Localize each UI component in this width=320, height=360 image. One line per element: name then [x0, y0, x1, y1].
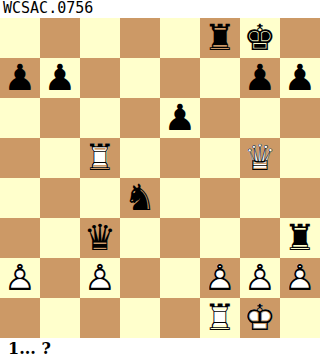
piece-black-knight: ♞ — [120, 178, 160, 218]
square-e8[interactable] — [160, 18, 200, 58]
square-h4[interactable] — [280, 178, 320, 218]
square-g5[interactable]: ♛♕ — [240, 138, 280, 178]
white-queen-fill: ♛ — [240, 138, 280, 178]
piece-black-queen: ♛ — [80, 218, 120, 258]
square-g1[interactable]: ♚♔ — [240, 298, 280, 338]
square-f5[interactable] — [200, 138, 240, 178]
piece-black-pawn: ♟ — [240, 58, 280, 98]
white-rook-fill: ♜ — [200, 298, 240, 338]
piece-white-rook: ♖ — [80, 138, 120, 178]
square-g3[interactable] — [240, 218, 280, 258]
square-g8[interactable]: ♚ — [240, 18, 280, 58]
square-g2[interactable]: ♟♙ — [240, 258, 280, 298]
square-d4[interactable]: ♞ — [120, 178, 160, 218]
square-c3[interactable]: ♛ — [80, 218, 120, 258]
move-prompt: 1... ? — [0, 338, 320, 360]
square-d7[interactable] — [120, 58, 160, 98]
square-a3[interactable] — [0, 218, 40, 258]
square-a5[interactable] — [0, 138, 40, 178]
square-g6[interactable] — [240, 98, 280, 138]
square-h5[interactable] — [280, 138, 320, 178]
piece-black-rook: ♜ — [280, 218, 320, 258]
white-pawn-fill: ♟ — [240, 258, 280, 298]
square-b3[interactable] — [40, 218, 80, 258]
square-h2[interactable]: ♟♙ — [280, 258, 320, 298]
white-pawn-fill: ♟ — [280, 258, 320, 298]
square-g7[interactable]: ♟ — [240, 58, 280, 98]
square-a1[interactable] — [0, 298, 40, 338]
white-pawn-fill: ♟ — [0, 258, 40, 298]
square-e1[interactable] — [160, 298, 200, 338]
white-pawn-fill: ♟ — [80, 258, 120, 298]
square-c4[interactable] — [80, 178, 120, 218]
square-b6[interactable] — [40, 98, 80, 138]
square-a2[interactable]: ♟♙ — [0, 258, 40, 298]
square-d1[interactable] — [120, 298, 160, 338]
square-c6[interactable] — [80, 98, 120, 138]
square-e2[interactable] — [160, 258, 200, 298]
piece-white-pawn: ♙ — [280, 258, 320, 298]
piece-white-queen: ♕ — [240, 138, 280, 178]
square-f2[interactable]: ♟♙ — [200, 258, 240, 298]
piece-white-pawn: ♙ — [200, 258, 240, 298]
piece-white-pawn: ♙ — [240, 258, 280, 298]
white-rook-fill: ♜ — [80, 138, 120, 178]
square-c8[interactable] — [80, 18, 120, 58]
square-f7[interactable] — [200, 58, 240, 98]
piece-black-pawn: ♟ — [0, 58, 40, 98]
piece-white-king: ♔ — [240, 298, 280, 338]
square-c7[interactable] — [80, 58, 120, 98]
piece-black-pawn: ♟ — [280, 58, 320, 98]
chess-puzzle-window: WCSAC.0756 ♜♚♟♟♟♟♟♜♖♛♕♞♛♜♟♙♟♙♟♙♟♙♟♙♜♖♚♔ … — [0, 0, 320, 360]
square-d6[interactable] — [120, 98, 160, 138]
square-c5[interactable]: ♜♖ — [80, 138, 120, 178]
square-h8[interactable] — [280, 18, 320, 58]
square-g4[interactable] — [240, 178, 280, 218]
square-h7[interactable]: ♟ — [280, 58, 320, 98]
piece-black-rook: ♜ — [200, 18, 240, 58]
piece-white-pawn: ♙ — [0, 258, 40, 298]
square-h6[interactable] — [280, 98, 320, 138]
piece-white-rook: ♖ — [200, 298, 240, 338]
square-e3[interactable] — [160, 218, 200, 258]
square-c2[interactable]: ♟♙ — [80, 258, 120, 298]
piece-black-pawn: ♟ — [160, 98, 200, 138]
white-king-fill: ♚ — [240, 298, 280, 338]
square-b8[interactable] — [40, 18, 80, 58]
puzzle-id: WCSAC.0756 — [0, 0, 320, 18]
square-d8[interactable] — [120, 18, 160, 58]
square-h1[interactable] — [280, 298, 320, 338]
square-b5[interactable] — [40, 138, 80, 178]
square-a6[interactable] — [0, 98, 40, 138]
square-c1[interactable] — [80, 298, 120, 338]
square-d5[interactable] — [120, 138, 160, 178]
piece-black-pawn: ♟ — [40, 58, 80, 98]
square-a8[interactable] — [0, 18, 40, 58]
white-pawn-fill: ♟ — [200, 258, 240, 298]
square-a4[interactable] — [0, 178, 40, 218]
chess-board: ♜♚♟♟♟♟♟♜♖♛♕♞♛♜♟♙♟♙♟♙♟♙♟♙♜♖♚♔ — [0, 18, 320, 338]
square-f4[interactable] — [200, 178, 240, 218]
square-d3[interactable] — [120, 218, 160, 258]
square-e7[interactable] — [160, 58, 200, 98]
square-h3[interactable]: ♜ — [280, 218, 320, 258]
piece-white-pawn: ♙ — [80, 258, 120, 298]
square-b4[interactable] — [40, 178, 80, 218]
piece-black-king: ♚ — [240, 18, 280, 58]
square-e6[interactable]: ♟ — [160, 98, 200, 138]
square-a7[interactable]: ♟ — [0, 58, 40, 98]
square-f1[interactable]: ♜♖ — [200, 298, 240, 338]
square-d2[interactable] — [120, 258, 160, 298]
square-f8[interactable]: ♜ — [200, 18, 240, 58]
square-e4[interactable] — [160, 178, 200, 218]
square-b2[interactable] — [40, 258, 80, 298]
square-f3[interactable] — [200, 218, 240, 258]
square-b1[interactable] — [40, 298, 80, 338]
square-f6[interactable] — [200, 98, 240, 138]
square-e5[interactable] — [160, 138, 200, 178]
square-b7[interactable]: ♟ — [40, 58, 80, 98]
